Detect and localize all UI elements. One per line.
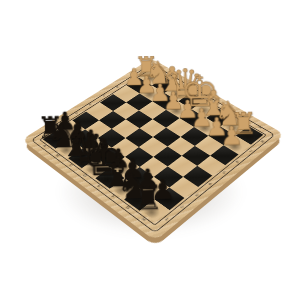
black-rook: ♜	[133, 181, 164, 215]
coordinate-label: 4	[87, 103, 92, 106]
coordinate-label: 7	[247, 150, 252, 154]
coordinate-label: 5	[221, 171, 226, 175]
white-pawn: ♟	[220, 123, 243, 149]
board-squares: ♜♞♝♛♚♝♞♜♟♟♟♟♟♟♟♟♟♟♟♟♟♟♟♟♜♞♝♛♚♝♞♜	[43, 70, 264, 222]
coordinate-label: H	[257, 126, 262, 130]
coordinate-label: A	[41, 144, 47, 148]
coordinate-label: 4	[207, 182, 213, 186]
board-perspective-wrap: ABCDEFGH ABCDEFGH 12345678 12345678 ♜♞♝♛…	[58, 42, 248, 232]
coordinate-label: 6	[114, 86, 119, 89]
coordinate-label: 2	[178, 205, 184, 209]
coordinate-label: 1	[163, 217, 169, 222]
coordinate-label: 3	[193, 194, 199, 198]
coordinate-label: 5	[101, 94, 106, 97]
coordinate-label: 6	[234, 160, 239, 164]
chess-board: ABCDEFGH ABCDEFGH 12345678 12345678 ♜♞♝♛…	[22, 58, 285, 241]
coordinate-label: G	[124, 206, 130, 211]
coordinate-label: H	[140, 218, 146, 223]
chess-set-photo: ABCDEFGH ABCDEFGH 12345678 12345678 ♜♞♝♛…	[0, 0, 300, 300]
coordinate-label: F	[110, 195, 116, 199]
coordinate-label: 8	[260, 140, 265, 144]
